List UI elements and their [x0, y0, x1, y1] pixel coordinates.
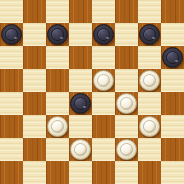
white-man[interactable] — [47, 116, 68, 137]
square-c4 — [46, 92, 69, 115]
square-f5 — [115, 69, 138, 92]
square-c8 — [46, 0, 69, 23]
square-e7[interactable] — [92, 23, 115, 46]
white-man[interactable] — [93, 70, 114, 91]
black-man[interactable] — [1, 24, 22, 45]
black-man[interactable] — [139, 24, 160, 45]
square-d7 — [69, 23, 92, 46]
square-e4 — [92, 92, 115, 115]
square-h5 — [161, 69, 184, 92]
square-b3 — [23, 115, 46, 138]
white-man[interactable] — [139, 116, 160, 137]
square-h6[interactable] — [161, 46, 184, 69]
square-f1 — [115, 161, 138, 184]
square-g4 — [138, 92, 161, 115]
square-g8 — [138, 0, 161, 23]
square-h3 — [161, 115, 184, 138]
square-a8 — [0, 0, 23, 23]
square-c1[interactable] — [46, 161, 69, 184]
square-a6 — [0, 46, 23, 69]
white-man[interactable] — [116, 139, 137, 160]
square-f2[interactable] — [115, 138, 138, 161]
square-a7[interactable] — [0, 23, 23, 46]
square-f3 — [115, 115, 138, 138]
square-b7 — [23, 23, 46, 46]
square-b1 — [23, 161, 46, 184]
square-b8[interactable] — [23, 0, 46, 23]
square-g1[interactable] — [138, 161, 161, 184]
square-d3 — [69, 115, 92, 138]
square-d5 — [69, 69, 92, 92]
square-d6[interactable] — [69, 46, 92, 69]
square-e2 — [92, 138, 115, 161]
square-c7[interactable] — [46, 23, 69, 46]
square-e6 — [92, 46, 115, 69]
square-e1[interactable] — [92, 161, 115, 184]
square-a2 — [0, 138, 23, 161]
square-b2[interactable] — [23, 138, 46, 161]
square-b4[interactable] — [23, 92, 46, 115]
white-man[interactable] — [116, 93, 137, 114]
square-a1[interactable] — [0, 161, 23, 184]
black-man[interactable] — [70, 93, 91, 114]
white-man[interactable] — [70, 139, 91, 160]
square-g5[interactable] — [138, 69, 161, 92]
square-e8 — [92, 0, 115, 23]
square-c5[interactable] — [46, 69, 69, 92]
square-h4[interactable] — [161, 92, 184, 115]
square-g2 — [138, 138, 161, 161]
square-f4[interactable] — [115, 92, 138, 115]
square-c3[interactable] — [46, 115, 69, 138]
white-man[interactable] — [139, 70, 160, 91]
checkers-board — [0, 0, 184, 184]
square-a3[interactable] — [0, 115, 23, 138]
square-e5[interactable] — [92, 69, 115, 92]
square-a4 — [0, 92, 23, 115]
square-a5[interactable] — [0, 69, 23, 92]
square-c2 — [46, 138, 69, 161]
square-d1 — [69, 161, 92, 184]
square-h7 — [161, 23, 184, 46]
square-h2[interactable] — [161, 138, 184, 161]
black-man[interactable] — [162, 47, 183, 68]
square-d4[interactable] — [69, 92, 92, 115]
square-g6 — [138, 46, 161, 69]
square-e3[interactable] — [92, 115, 115, 138]
square-g3[interactable] — [138, 115, 161, 138]
square-h8[interactable] — [161, 0, 184, 23]
square-d8[interactable] — [69, 0, 92, 23]
square-d2[interactable] — [69, 138, 92, 161]
square-g7[interactable] — [138, 23, 161, 46]
square-h1 — [161, 161, 184, 184]
square-f8[interactable] — [115, 0, 138, 23]
black-man[interactable] — [93, 24, 114, 45]
black-man[interactable] — [47, 24, 68, 45]
square-c6 — [46, 46, 69, 69]
square-b5 — [23, 69, 46, 92]
square-f6[interactable] — [115, 46, 138, 69]
square-f7 — [115, 23, 138, 46]
square-b6[interactable] — [23, 46, 46, 69]
